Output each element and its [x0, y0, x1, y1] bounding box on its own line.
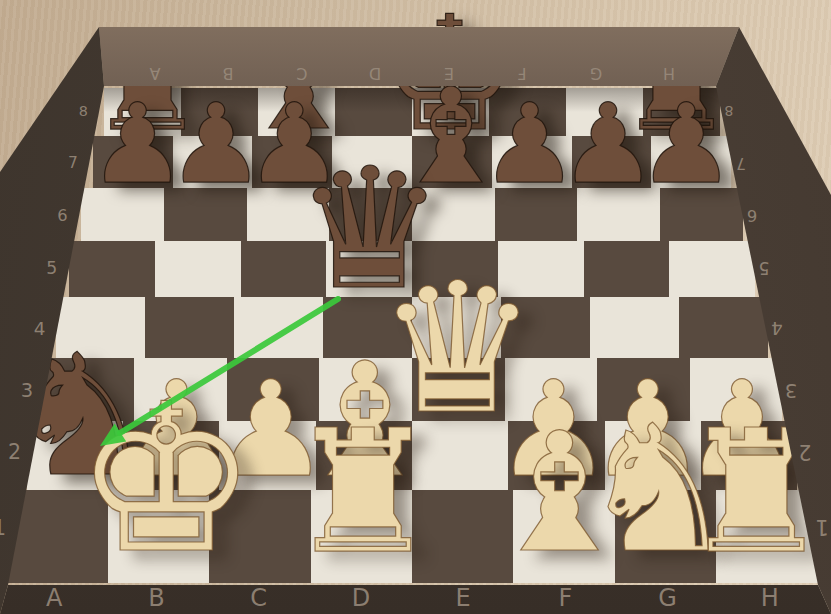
square-h4[interactable] [679, 297, 768, 358]
square-b5[interactable] [155, 241, 241, 297]
square-g4[interactable] [590, 297, 679, 358]
rank-label-right-7: 7 [736, 154, 746, 172]
file-label-bottom-A: A [46, 584, 62, 612]
rank-label-right-4: 4 [771, 318, 783, 339]
piece-white-rook-h1[interactable]: ♜ [680, 406, 831, 576]
square-h5[interactable] [669, 241, 755, 297]
rank-label-left-6: 6 [57, 206, 67, 225]
piece-white-king-b1[interactable]: ♚ [74, 376, 258, 581]
rank-label-right-5: 5 [759, 258, 770, 278]
square-a5[interactable] [69, 241, 155, 297]
piece-black-pawn-h7[interactable]: ♟ [637, 88, 736, 198]
square-g5[interactable] [584, 241, 670, 297]
file-label-bottom-E: E [456, 584, 471, 612]
rank-label-left-5: 5 [46, 258, 57, 278]
rank-label-left-7: 7 [68, 154, 78, 172]
rank-label-left-1: 1 [0, 515, 6, 540]
rank-label-right-6: 6 [747, 206, 757, 225]
square-b4[interactable] [145, 297, 234, 358]
chess-app-screen: ♜♝♚♜♟♟♟♝♟♟♟♛♛♞♟♟♝♟♟♟♚♜♝♞♜ ABCDEFGHABCDEF… [0, 0, 831, 614]
piece-white-rook-d1[interactable]: ♜ [287, 406, 439, 576]
rank-label-left-8: 8 [79, 103, 88, 119]
